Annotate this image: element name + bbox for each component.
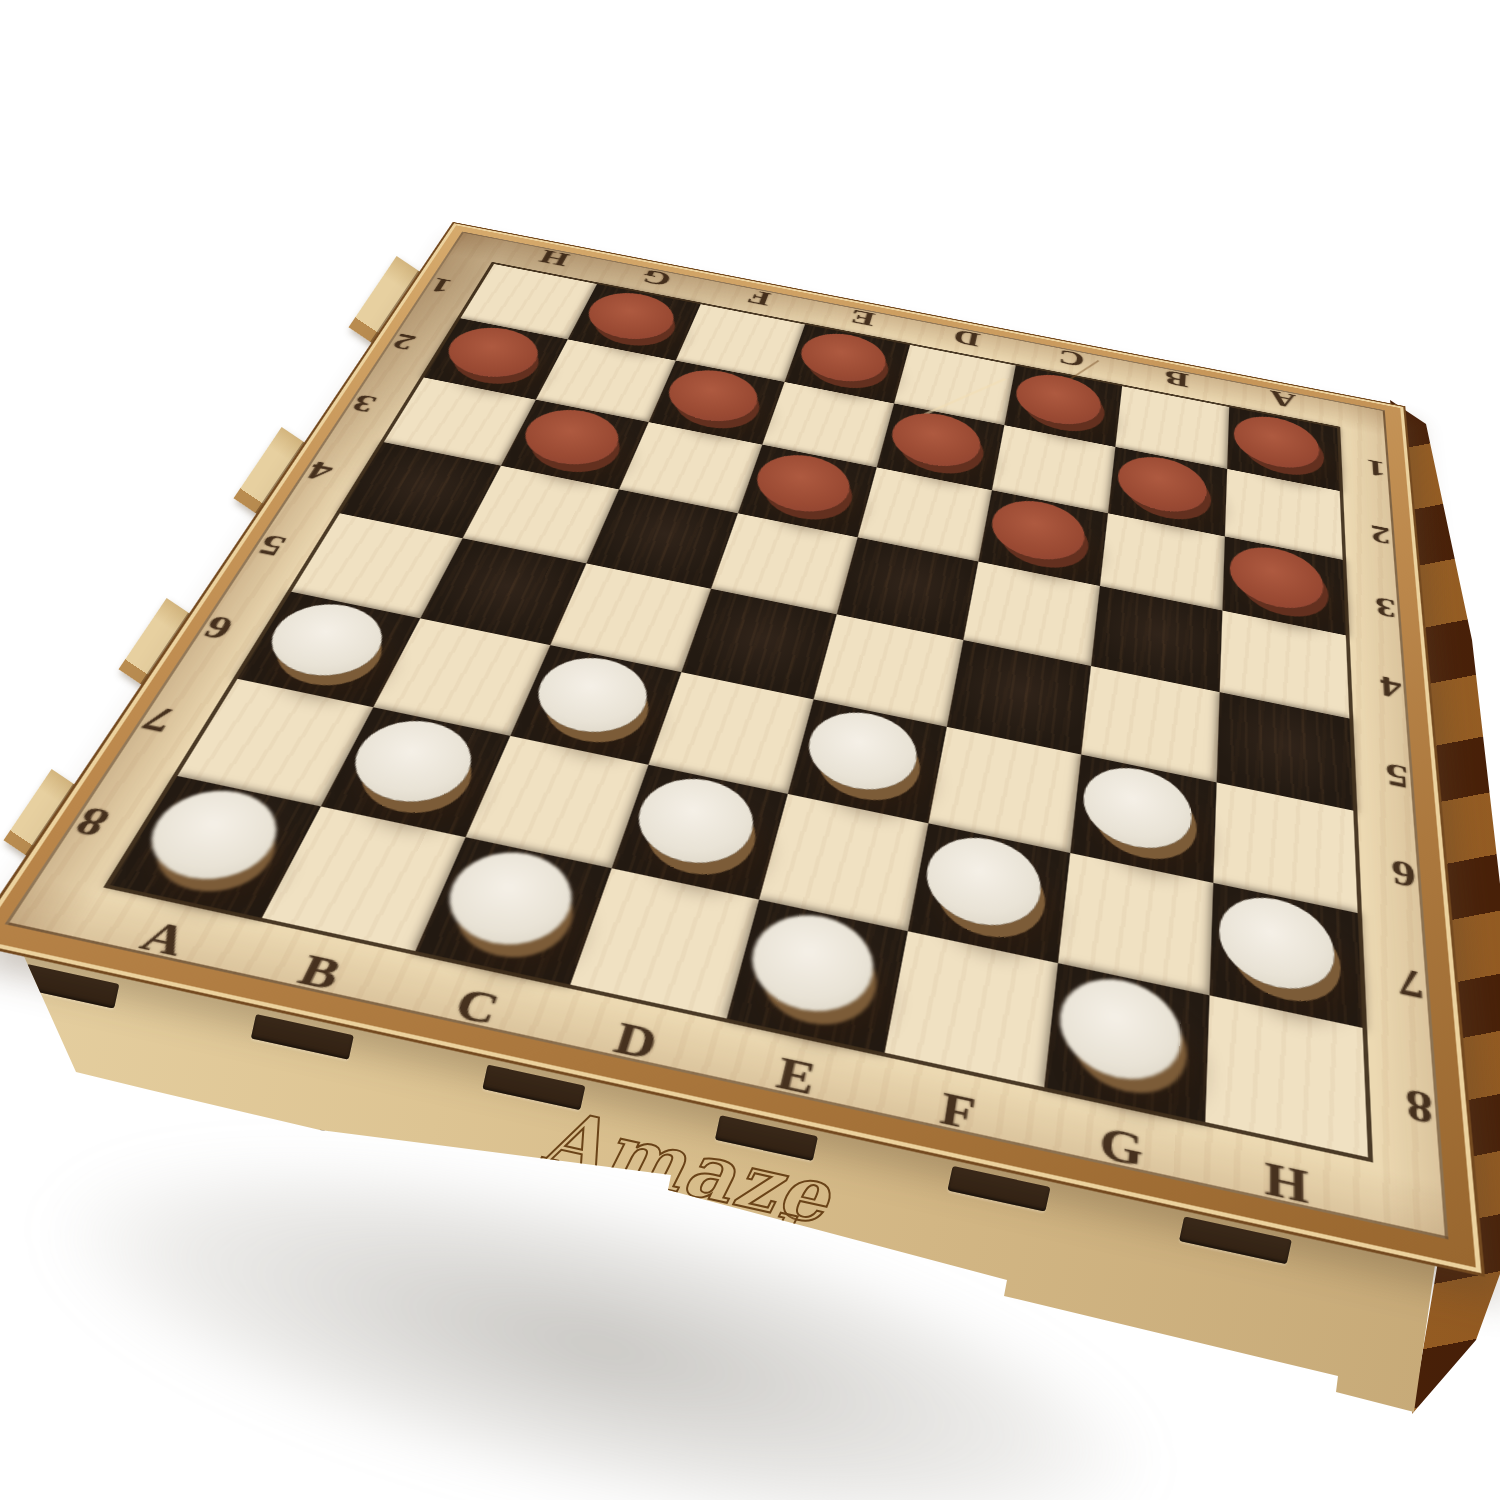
checkers-box-photo: Amaze wood HA11GB22FC33ED44DE55CF66BG77A… (0, 0, 1500, 1500)
